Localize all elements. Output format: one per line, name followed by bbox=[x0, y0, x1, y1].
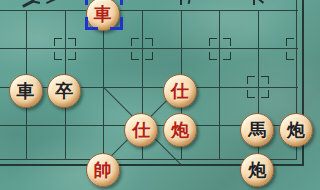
point-marker bbox=[246, 75, 270, 99]
piece-glyph: 炮 bbox=[287, 121, 305, 139]
black-cannon-1[interactable]: 炮 bbox=[279, 113, 313, 147]
river-text-fragment bbox=[180, 0, 182, 5]
piece-glyph: 卒 bbox=[55, 82, 73, 100]
point-marker-half bbox=[285, 37, 309, 61]
xiangqi-board[interactable]: 車車卒仕仕炮馬炮帥炮 bbox=[0, 0, 320, 190]
point-marker bbox=[53, 37, 77, 61]
red-advisor-1[interactable]: 仕 bbox=[163, 74, 197, 108]
black-soldier[interactable]: 卒 bbox=[47, 74, 81, 108]
piece-glyph: 仕 bbox=[132, 121, 150, 139]
black-cannon-2[interactable]: 炮 bbox=[240, 153, 274, 187]
piece-glyph: 炮 bbox=[248, 161, 266, 179]
piece-glyph: 炮 bbox=[171, 121, 189, 139]
selection-marker bbox=[85, 0, 123, 30]
black-chariot[interactable]: 車 bbox=[9, 74, 43, 108]
river-text-fragment bbox=[188, 0, 191, 4]
river-text-fragment bbox=[253, 0, 255, 5]
piece-glyph: 帥 bbox=[94, 161, 112, 179]
river-text-fragment bbox=[258, 0, 264, 4]
file-line-3 bbox=[103, 10, 104, 159]
red-advisor-2[interactable]: 仕 bbox=[124, 113, 158, 147]
point-marker bbox=[130, 37, 154, 61]
black-horse[interactable]: 馬 bbox=[240, 113, 274, 147]
river-text-fragment bbox=[46, 0, 56, 4]
river-text-fragment bbox=[31, 0, 40, 4]
piece-glyph: 馬 bbox=[248, 121, 266, 139]
piece-glyph: 車 bbox=[17, 82, 35, 100]
point-marker bbox=[208, 37, 232, 61]
red-cannon[interactable]: 炮 bbox=[163, 113, 197, 147]
piece-glyph: 仕 bbox=[171, 82, 189, 100]
red-general[interactable]: 帥 bbox=[86, 153, 120, 187]
rank-line-5 bbox=[0, 10, 298, 11]
file-line-6 bbox=[219, 10, 220, 159]
